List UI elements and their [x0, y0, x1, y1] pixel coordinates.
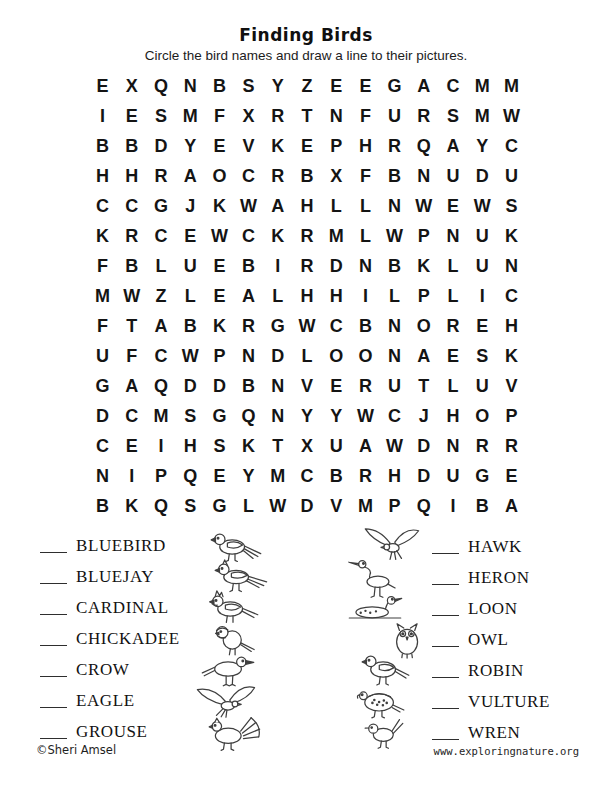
grid-cell[interactable]: W: [263, 491, 292, 521]
grid-cell[interactable]: C: [292, 461, 321, 491]
grid-cell[interactable]: Y: [176, 131, 205, 161]
grid-cell[interactable]: C: [497, 131, 526, 161]
grid-cell[interactable]: S: [146, 101, 175, 131]
grid-cell[interactable]: U: [176, 251, 205, 281]
grid-cell[interactable]: N: [380, 191, 409, 221]
grid-cell[interactable]: S: [205, 431, 234, 461]
grid-cell[interactable]: U: [468, 221, 497, 251]
grid-cell[interactable]: A: [351, 431, 380, 461]
grid-cell[interactable]: X: [292, 431, 321, 461]
grid-cell[interactable]: P: [409, 281, 438, 311]
grid-cell[interactable]: N: [263, 401, 292, 431]
word-item-loon[interactable]: LOON: [432, 593, 550, 624]
grid-cell[interactable]: S: [468, 341, 497, 371]
answer-blank[interactable]: [40, 693, 67, 708]
word-item-bluebird[interactable]: BLUEBIRD: [40, 530, 180, 561]
grid-cell[interactable]: G: [468, 461, 497, 491]
grid-cell[interactable]: R: [292, 221, 321, 251]
grid-cell[interactable]: E: [205, 131, 234, 161]
answer-blank[interactable]: [40, 538, 67, 553]
grid-cell[interactable]: U: [438, 161, 467, 191]
grid-cell[interactable]: L: [438, 281, 467, 311]
grid-cell[interactable]: H: [117, 161, 146, 191]
grid-cell[interactable]: C: [146, 221, 175, 251]
grid-cell[interactable]: M: [351, 491, 380, 521]
grid-cell[interactable]: C: [234, 161, 263, 191]
grid-cell[interactable]: I: [263, 251, 292, 281]
grid-cell[interactable]: I: [438, 491, 467, 521]
grid-cell[interactable]: C: [322, 311, 351, 341]
grid-cell[interactable]: U: [380, 101, 409, 131]
grid-cell[interactable]: E: [322, 71, 351, 101]
word-item-bluejay[interactable]: BLUEJAY: [40, 561, 180, 592]
grid-cell[interactable]: G: [205, 491, 234, 521]
page-title: Finding Birds: [0, 25, 612, 45]
grid-cell[interactable]: R: [146, 161, 175, 191]
grid-cell[interactable]: G: [205, 401, 234, 431]
grid-cell[interactable]: N: [263, 371, 292, 401]
word-label: GROUSE: [76, 722, 148, 742]
grid-cell[interactable]: B: [117, 131, 146, 161]
grid-cell[interactable]: R: [380, 131, 409, 161]
grid-cell[interactable]: L: [438, 251, 467, 281]
grid-cell[interactable]: W: [176, 341, 205, 371]
grid-cell[interactable]: Q: [146, 71, 175, 101]
instruction-text: Circle the bird names and draw a line to…: [0, 48, 612, 63]
grid-cell[interactable]: U: [468, 371, 497, 401]
word-item-robin[interactable]: ROBIN: [432, 655, 550, 686]
grid-cell[interactable]: B: [234, 371, 263, 401]
grid-cell[interactable]: C: [88, 191, 117, 221]
grid-cell[interactable]: F: [88, 251, 117, 281]
grid-cell[interactable]: O: [205, 161, 234, 191]
word-label: CHICKADEE: [76, 629, 180, 649]
grid-cell[interactable]: K: [205, 311, 234, 341]
grid-cell[interactable]: B: [322, 461, 351, 491]
grid-cell[interactable]: E: [205, 461, 234, 491]
grid-cell[interactable]: H: [438, 401, 467, 431]
grid-cell[interactable]: W: [468, 191, 497, 221]
word-label: ROBIN: [468, 661, 524, 681]
bird-pictures-right: [344, 526, 424, 746]
grid-cell[interactable]: P: [380, 491, 409, 521]
grid-cell[interactable]: I: [351, 281, 380, 311]
grid-cell[interactable]: J: [409, 401, 438, 431]
grid-cell[interactable]: R: [438, 311, 467, 341]
grid-cell[interactable]: N: [438, 221, 467, 251]
grid-cell[interactable]: H: [497, 311, 526, 341]
word-item-chickadee[interactable]: CHICKADEE: [40, 623, 180, 654]
grid-cell[interactable]: S: [438, 101, 467, 131]
grid-cell[interactable]: R: [234, 311, 263, 341]
word-label: BLUEBIRD: [76, 536, 166, 556]
grid-cell[interactable]: P: [497, 401, 526, 431]
grid-cell[interactable]: I: [88, 101, 117, 131]
grid-cell[interactable]: C: [117, 401, 146, 431]
grid-cell[interactable]: C: [117, 191, 146, 221]
grid-cell[interactable]: N: [176, 71, 205, 101]
grid-cell[interactable]: B: [292, 161, 321, 191]
grid-cell[interactable]: P: [146, 461, 175, 491]
grid-cell[interactable]: M: [468, 101, 497, 131]
grid-cell[interactable]: F: [351, 161, 380, 191]
grid-cell[interactable]: R: [351, 461, 380, 491]
website-text: www.exploringnature.org: [434, 745, 579, 757]
grid-cell[interactable]: A: [497, 491, 526, 521]
answer-blank[interactable]: [432, 725, 459, 740]
grid-cell[interactable]: G: [263, 311, 292, 341]
grid-cell[interactable]: N: [234, 341, 263, 371]
grid-cell[interactable]: A: [146, 311, 175, 341]
answer-blank[interactable]: [40, 662, 67, 677]
answer-blank[interactable]: [432, 570, 459, 585]
grid-cell[interactable]: B: [234, 251, 263, 281]
grid-cell[interactable]: Q: [146, 371, 175, 401]
grid-cell[interactable]: A: [176, 161, 205, 191]
word-item-wren[interactable]: WREN: [432, 717, 550, 748]
grid-cell[interactable]: A: [234, 281, 263, 311]
word-label: HERON: [468, 568, 530, 588]
word-label: EAGLE: [76, 691, 135, 711]
grid-cell[interactable]: S: [234, 71, 263, 101]
grid-cell[interactable]: W: [380, 221, 409, 251]
grid-cell[interactable]: K: [205, 191, 234, 221]
grid-cell[interactable]: R: [263, 101, 292, 131]
grid-cell[interactable]: L: [322, 191, 351, 221]
grid-cell[interactable]: F: [117, 341, 146, 371]
grid-cell[interactable]: A: [409, 341, 438, 371]
grid-cell[interactable]: O: [322, 341, 351, 371]
word-label: LOON: [468, 599, 518, 619]
word-label: BLUEJAY: [76, 567, 154, 587]
grid-cell[interactable]: R: [292, 251, 321, 281]
grid-cell[interactable]: D: [322, 251, 351, 281]
grid-cell[interactable]: W: [497, 101, 526, 131]
grid-cell[interactable]: E: [117, 101, 146, 131]
grid-cell[interactable]: U: [88, 341, 117, 371]
grid-cell[interactable]: B: [88, 131, 117, 161]
grid-cell[interactable]: D: [409, 461, 438, 491]
word-search-grid: EXQNBSYZEEGACMMIESMFXRTNFURSMWBBDYEVKEPH…: [88, 71, 526, 521]
grid-cell[interactable]: K: [263, 131, 292, 161]
word-label: WREN: [468, 723, 520, 743]
grid-cell[interactable]: K: [497, 341, 526, 371]
grid-cell[interactable]: B: [88, 491, 117, 521]
grid-cell[interactable]: B: [205, 71, 234, 101]
grid-cell[interactable]: D: [88, 401, 117, 431]
word-item-cardinal[interactable]: CARDINAL: [40, 592, 180, 623]
grid-cell[interactable]: D: [205, 371, 234, 401]
grid-cell[interactable]: V: [497, 371, 526, 401]
grid-cell[interactable]: P: [409, 221, 438, 251]
grid-cell[interactable]: C: [88, 431, 117, 461]
grid-cell[interactable]: R: [409, 101, 438, 131]
grid-cell[interactable]: G: [88, 371, 117, 401]
grid-cell[interactable]: F: [205, 101, 234, 131]
answer-blank[interactable]: [432, 694, 459, 709]
grid-cell[interactable]: R: [497, 431, 526, 461]
word-label: VULTURE: [468, 692, 550, 712]
grid-cell[interactable]: N: [497, 251, 526, 281]
answer-blank[interactable]: [40, 724, 67, 739]
grid-cell[interactable]: W: [409, 191, 438, 221]
grid-cell[interactable]: L: [292, 341, 321, 371]
grid-cell[interactable]: M: [146, 401, 175, 431]
grid-cell[interactable]: E: [322, 371, 351, 401]
grid-cell[interactable]: R: [263, 161, 292, 191]
grid-cell[interactable]: W: [117, 281, 146, 311]
grid-cell[interactable]: M: [88, 281, 117, 311]
grid-cell[interactable]: I: [117, 461, 146, 491]
grid-cell[interactable]: N: [409, 161, 438, 191]
grid-cell[interactable]: B: [380, 161, 409, 191]
grid-cell[interactable]: Y: [234, 461, 263, 491]
grid-cell[interactable]: K: [497, 221, 526, 251]
grid-cell[interactable]: L: [263, 281, 292, 311]
grid-cell[interactable]: V: [322, 491, 351, 521]
grid-cell[interactable]: U: [380, 371, 409, 401]
grid-cell[interactable]: W: [205, 221, 234, 251]
grid-cell[interactable]: U: [497, 161, 526, 191]
answer-blank[interactable]: [40, 600, 67, 615]
grid-cell[interactable]: N: [380, 341, 409, 371]
word-item-heron[interactable]: HERON: [432, 562, 550, 593]
grid-cell[interactable]: C: [438, 71, 467, 101]
grid-cell[interactable]: I: [468, 281, 497, 311]
grid-cell[interactable]: E: [88, 71, 117, 101]
grid-cell[interactable]: L: [380, 281, 409, 311]
grid-cell[interactable]: M: [263, 461, 292, 491]
grid-cell[interactable]: H: [380, 461, 409, 491]
copyright-text: ©Sheri Amsel: [36, 743, 116, 757]
grid-cell[interactable]: N: [88, 461, 117, 491]
word-label: CARDINAL: [76, 598, 169, 618]
grid-cell[interactable]: X: [117, 71, 146, 101]
grid-cell[interactable]: E: [176, 221, 205, 251]
wren-image[interactable]: [358, 712, 422, 754]
answer-blank[interactable]: [432, 632, 459, 647]
grid-cell[interactable]: F: [88, 311, 117, 341]
grid-cell[interactable]: E: [468, 311, 497, 341]
grouse-image[interactable]: [202, 713, 266, 755]
grid-cell[interactable]: H: [292, 191, 321, 221]
grid-cell[interactable]: T: [263, 431, 292, 461]
grid-cell[interactable]: L: [438, 371, 467, 401]
grid-cell[interactable]: A: [438, 131, 467, 161]
answer-blank[interactable]: [432, 601, 459, 616]
grid-cell[interactable]: L: [176, 281, 205, 311]
grid-cell[interactable]: H: [176, 431, 205, 461]
answer-blank[interactable]: [40, 569, 67, 584]
grid-cell[interactable]: L: [146, 251, 175, 281]
grid-cell[interactable]: N: [380, 311, 409, 341]
grid-cell[interactable]: T: [117, 311, 146, 341]
grid-cell[interactable]: K: [263, 221, 292, 251]
word-item-owl[interactable]: OWL: [432, 624, 550, 655]
grid-cell[interactable]: J: [176, 191, 205, 221]
worksheet-page: Finding Birds Circle the bird names and …: [0, 0, 612, 792]
grid-cell[interactable]: K: [117, 491, 146, 521]
grid-cell[interactable]: L: [234, 491, 263, 521]
grid-cell[interactable]: M: [176, 101, 205, 131]
grid-cell[interactable]: B: [380, 251, 409, 281]
grid-cell[interactable]: U: [468, 251, 497, 281]
grid-cell[interactable]: H: [351, 131, 380, 161]
grid-cell[interactable]: X: [234, 101, 263, 131]
grid-cell[interactable]: Q: [176, 461, 205, 491]
grid-cell[interactable]: H: [88, 161, 117, 191]
word-item-hawk[interactable]: HAWK: [432, 531, 550, 562]
answer-blank[interactable]: [432, 663, 459, 678]
grid-cell[interactable]: C: [146, 341, 175, 371]
grid-cell[interactable]: D: [263, 341, 292, 371]
word-item-crow[interactable]: CROW: [40, 654, 180, 685]
grid-cell[interactable]: G: [380, 71, 409, 101]
word-label: OWL: [468, 630, 509, 650]
grid-cell[interactable]: A: [409, 71, 438, 101]
grid-cell[interactable]: T: [409, 371, 438, 401]
grid-cell[interactable]: U: [322, 431, 351, 461]
grid-cell[interactable]: D: [146, 131, 175, 161]
grid-cell[interactable]: Q: [409, 491, 438, 521]
bird-pictures-left: [192, 527, 272, 747]
grid-cell[interactable]: B: [468, 491, 497, 521]
word-item-eagle[interactable]: EAGLE: [40, 685, 180, 716]
grid-cell[interactable]: B: [351, 311, 380, 341]
grid-cell[interactable]: T: [292, 101, 321, 131]
grid-cell[interactable]: F: [351, 101, 380, 131]
grid-cell[interactable]: H: [322, 281, 351, 311]
grid-cell[interactable]: Z: [292, 71, 321, 101]
grid-cell[interactable]: S: [176, 401, 205, 431]
grid-cell[interactable]: E: [438, 191, 467, 221]
grid-cell[interactable]: C: [497, 281, 526, 311]
grid-cell[interactable]: Q: [234, 401, 263, 431]
grid-cell[interactable]: D: [468, 161, 497, 191]
grid-cell[interactable]: Y: [263, 71, 292, 101]
grid-cell[interactable]: N: [438, 431, 467, 461]
grid-cell[interactable]: E: [205, 251, 234, 281]
grid-cell[interactable]: E: [497, 461, 526, 491]
grid-cell[interactable]: D: [409, 431, 438, 461]
grid-cell[interactable]: C: [234, 221, 263, 251]
grid-cell[interactable]: E: [292, 131, 321, 161]
grid-cell[interactable]: D: [292, 491, 321, 521]
grid-cell[interactable]: N: [351, 251, 380, 281]
grid-cell[interactable]: V: [292, 371, 321, 401]
grid-cell[interactable]: W: [351, 401, 380, 431]
grid-cell[interactable]: E: [438, 341, 467, 371]
grid-cell[interactable]: C: [380, 401, 409, 431]
grid-cell[interactable]: K: [234, 431, 263, 461]
grid-cell[interactable]: P: [322, 131, 351, 161]
grid-cell[interactable]: E: [205, 281, 234, 311]
grid-cell[interactable]: B: [117, 251, 146, 281]
answer-blank[interactable]: [40, 631, 67, 646]
grid-cell[interactable]: Q: [146, 491, 175, 521]
answer-blank[interactable]: [432, 539, 459, 554]
grid-cell[interactable]: H: [292, 281, 321, 311]
grid-cell[interactable]: P: [205, 341, 234, 371]
grid-cell[interactable]: M: [322, 221, 351, 251]
grid-cell[interactable]: K: [88, 221, 117, 251]
grid-cell[interactable]: V: [234, 131, 263, 161]
grid-cell[interactable]: Y: [322, 401, 351, 431]
grid-cell[interactable]: B: [176, 311, 205, 341]
grid-cell[interactable]: K: [409, 251, 438, 281]
grid-cell[interactable]: Y: [468, 131, 497, 161]
grid-cell[interactable]: Q: [409, 131, 438, 161]
grid-cell[interactable]: W: [292, 311, 321, 341]
grid-cell[interactable]: I: [146, 431, 175, 461]
grid-cell[interactable]: R: [351, 371, 380, 401]
grid-cell[interactable]: M: [497, 71, 526, 101]
word-label: HAWK: [468, 537, 522, 557]
grid-cell[interactable]: M: [468, 71, 497, 101]
grid-cell[interactable]: U: [438, 461, 467, 491]
word-item-vulture[interactable]: VULTURE: [432, 686, 550, 717]
grid-cell[interactable]: D: [176, 371, 205, 401]
grid-cell[interactable]: A: [117, 371, 146, 401]
grid-cell[interactable]: N: [322, 101, 351, 131]
grid-cell[interactable]: L: [351, 221, 380, 251]
word-list-left: BLUEBIRDBLUEJAYCARDINALCHICKADEECROWEAGL…: [40, 530, 180, 747]
grid-cell[interactable]: L: [351, 191, 380, 221]
word-label: CROW: [76, 660, 129, 680]
grid-cell[interactable]: S: [497, 191, 526, 221]
grid-cell[interactable]: E: [351, 71, 380, 101]
grid-cell[interactable]: O: [351, 341, 380, 371]
grid-cell[interactable]: W: [234, 191, 263, 221]
grid-cell[interactable]: A: [263, 191, 292, 221]
grid-cell[interactable]: X: [322, 161, 351, 191]
grid-cell[interactable]: Z: [146, 281, 175, 311]
grid-cell[interactable]: O: [409, 311, 438, 341]
grid-cell[interactable]: E: [117, 431, 146, 461]
word-list-right: HAWKHERONLOONOWLROBINVULTUREWREN: [432, 531, 550, 748]
grid-cell[interactable]: R: [117, 221, 146, 251]
grid-cell[interactable]: O: [468, 401, 497, 431]
grid-cell[interactable]: W: [380, 431, 409, 461]
grid-cell[interactable]: Y: [292, 401, 321, 431]
grid-cell[interactable]: R: [468, 431, 497, 461]
grid-cell[interactable]: S: [176, 491, 205, 521]
grid-cell[interactable]: G: [146, 191, 175, 221]
